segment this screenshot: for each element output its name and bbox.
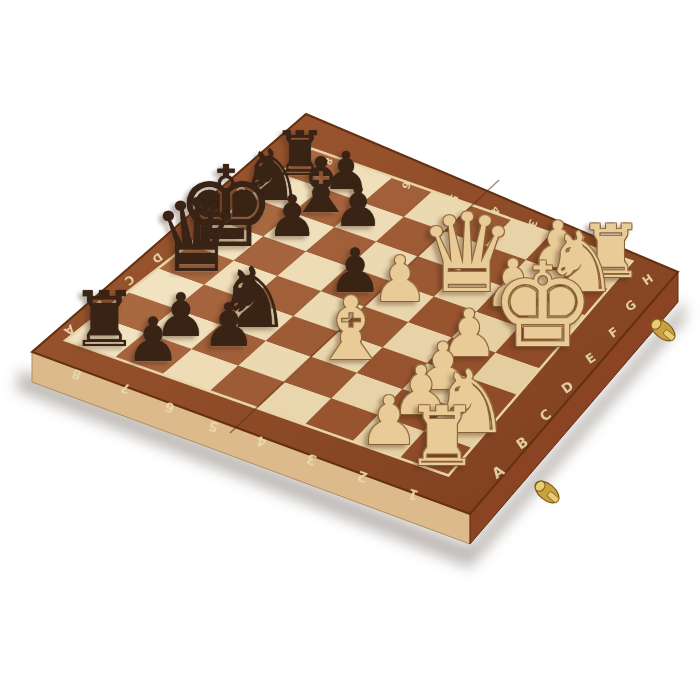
chess-set-photo: 8765432187654321ABCDEFGHABCDEFGH ♜♟♟♟♞♛♚… bbox=[0, 0, 700, 700]
piece-black-pawn-a7[interactable]: ♟ bbox=[126, 309, 181, 370]
piece-black-pawn-g6[interactable]: ♟ bbox=[333, 179, 383, 235]
piece-white-rook-a1[interactable]: ♜ bbox=[405, 396, 479, 478]
piece-white-king-e1[interactable]: ♚ bbox=[491, 247, 596, 364]
piece-white-bishop-c4[interactable]: ♝ bbox=[312, 286, 390, 373]
piece-black-pawn-b6[interactable]: ♟ bbox=[202, 295, 256, 355]
